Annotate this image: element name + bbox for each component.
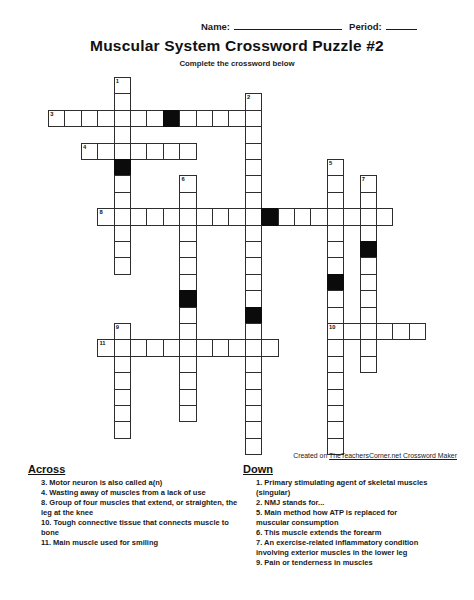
answer-cell[interactable] — [245, 274, 262, 291]
answer-cell[interactable] — [343, 323, 360, 340]
answer-cell[interactable] — [212, 110, 229, 127]
answer-cell[interactable] — [179, 241, 196, 258]
answer-cell[interactable] — [114, 405, 131, 422]
answer-cell[interactable] — [179, 257, 196, 274]
across-clue-8: 8. Group of four muscles that extend, or… — [41, 498, 239, 518]
answer-cell[interactable] — [146, 110, 163, 127]
black-space-cell — [245, 307, 262, 324]
answer-cell[interactable] — [245, 257, 262, 274]
answer-cell[interactable] — [163, 339, 180, 356]
answer-cell[interactable] — [196, 339, 213, 356]
answer-cell[interactable] — [245, 175, 262, 192]
answer-cell[interactable] — [179, 143, 196, 160]
answer-cell[interactable] — [360, 192, 377, 209]
clue-number: 5 — [329, 160, 332, 167]
answer-cell[interactable] — [179, 110, 196, 127]
answer-cell[interactable]: 7 — [360, 175, 377, 192]
attribution-prefix: Created on — [293, 452, 329, 459]
answer-cell[interactable] — [245, 372, 262, 389]
clue-number: 6 — [181, 176, 184, 183]
answer-cell[interactable] — [179, 372, 196, 389]
period-blank-line[interactable] — [386, 21, 417, 30]
answer-cell[interactable] — [343, 208, 360, 225]
answer-cell[interactable] — [81, 110, 98, 127]
answer-cell[interactable] — [360, 323, 377, 340]
answer-cell[interactable] — [327, 175, 344, 192]
answer-cell[interactable] — [114, 175, 131, 192]
answer-cell[interactable] — [360, 274, 377, 291]
name-label: Name: — [201, 21, 230, 32]
answer-cell[interactable] — [114, 372, 131, 389]
answer-cell[interactable] — [327, 290, 344, 307]
answer-cell[interactable] — [130, 143, 147, 160]
attribution-link[interactable]: TheTeachersCorner.net Crossword Maker — [329, 452, 457, 459]
answer-cell[interactable] — [114, 241, 131, 258]
answer-cell[interactable] — [360, 339, 377, 356]
answer-cell[interactable] — [376, 208, 393, 225]
answer-cell[interactable] — [327, 257, 344, 274]
answer-cell[interactable]: 6 — [179, 175, 196, 192]
black-space-cell — [179, 290, 196, 307]
answer-cell[interactable]: 11 — [97, 339, 114, 356]
answer-cell[interactable] — [179, 339, 196, 356]
answer-cell[interactable] — [179, 208, 196, 225]
answer-cell[interactable]: 10 — [327, 323, 344, 340]
answer-cell[interactable] — [327, 372, 344, 389]
clue-number: 4 — [83, 144, 86, 151]
down-clue-2: 2. NMJ stands for... — [256, 498, 428, 508]
answer-cell[interactable] — [179, 192, 196, 209]
answer-cell[interactable] — [179, 405, 196, 422]
down-clue-9: 9. Pain or tenderness in muscles — [256, 558, 428, 568]
answer-cell[interactable] — [245, 356, 262, 373]
answer-cell[interactable] — [327, 307, 344, 324]
answer-cell[interactable] — [245, 241, 262, 258]
crossword-grid: 1234567891011 — [48, 77, 427, 456]
down-clue-6: 6. This muscle extends the forearm — [256, 528, 428, 538]
answer-cell[interactable] — [179, 389, 196, 406]
answer-cell[interactable] — [245, 421, 262, 438]
across-clue-4: 4. Wasting away of muscles from a lack o… — [41, 488, 239, 498]
answer-cell[interactable] — [179, 307, 196, 324]
answer-cell[interactable]: 3 — [48, 110, 65, 127]
answer-cell[interactable] — [114, 389, 131, 406]
answer-cell[interactable]: 4 — [81, 143, 98, 160]
answer-cell[interactable] — [114, 93, 131, 110]
answer-cell[interactable] — [278, 208, 295, 225]
clue-number: 3 — [50, 111, 53, 118]
period-label: Period: — [349, 21, 382, 32]
down-section: Down 1. Primary stimulating agent of ske… — [243, 463, 445, 568]
answer-cell[interactable] — [228, 339, 245, 356]
answer-cell[interactable] — [114, 143, 131, 160]
answer-cell[interactable] — [146, 339, 163, 356]
answer-cell[interactable] — [114, 208, 131, 225]
answer-cell[interactable] — [245, 389, 262, 406]
answer-cell[interactable] — [327, 389, 344, 406]
clue-number: 1 — [116, 78, 119, 85]
clue-number: 7 — [362, 176, 365, 183]
answer-cell[interactable] — [245, 126, 262, 143]
across-heading: Across — [28, 463, 242, 475]
answer-cell[interactable] — [163, 208, 180, 225]
black-space-cell — [163, 110, 180, 127]
answer-cell[interactable] — [294, 208, 311, 225]
answer-cell[interactable] — [114, 356, 131, 373]
answer-cell[interactable]: 8 — [97, 208, 114, 225]
answer-cell[interactable] — [392, 323, 409, 340]
answer-cell[interactable] — [245, 225, 262, 242]
answer-cell[interactable] — [360, 257, 377, 274]
clue-number: 2 — [247, 94, 250, 101]
down-clue-7: 7. An exercise-related inflammatory cond… — [256, 538, 428, 558]
answer-cell[interactable] — [179, 225, 196, 242]
answer-cell[interactable] — [114, 126, 131, 143]
answer-cell[interactable] — [261, 339, 278, 356]
answer-cell[interactable] — [114, 421, 131, 438]
answer-cell[interactable] — [327, 339, 344, 356]
name-period-row: Name:Period: — [201, 21, 417, 32]
black-space-cell — [360, 241, 377, 258]
answer-cell[interactable] — [114, 257, 131, 274]
answer-cell[interactable]: 9 — [114, 323, 131, 340]
page-subtitle: Complete the crossword below — [0, 59, 474, 68]
answer-cell[interactable] — [179, 323, 196, 340]
answer-cell[interactable] — [64, 110, 81, 127]
clue-number: 9 — [116, 324, 119, 331]
answer-cell[interactable] — [245, 323, 262, 340]
across-clue-3: 3. Motor neuron is also called a(n) — [41, 478, 239, 488]
answer-cell[interactable] — [327, 208, 344, 225]
answer-cell[interactable] — [245, 290, 262, 307]
answer-cell[interactable] — [376, 323, 393, 340]
across-clue-11: 11. Main muscle used for smiling — [41, 538, 239, 548]
answer-cell[interactable] — [97, 110, 114, 127]
answer-cell[interactable] — [163, 143, 180, 160]
clue-number: 8 — [99, 209, 102, 216]
answer-cell[interactable] — [245, 159, 262, 176]
answer-cell[interactable] — [114, 110, 131, 127]
answer-cell[interactable] — [228, 110, 245, 127]
answer-cell[interactable] — [179, 274, 196, 291]
answer-cell[interactable] — [179, 356, 196, 373]
answer-cell[interactable] — [196, 208, 213, 225]
answer-cell[interactable] — [146, 143, 163, 160]
answer-cell[interactable] — [327, 356, 344, 373]
answer-cell[interactable] — [327, 192, 344, 209]
answer-cell[interactable] — [327, 225, 344, 242]
clue-number: 10 — [329, 324, 335, 331]
across-clue-list: 3. Motor neuron is also called a(n)4. Wa… — [28, 478, 242, 548]
answer-cell[interactable] — [114, 339, 131, 356]
answer-cell[interactable] — [114, 225, 131, 242]
black-space-cell — [261, 208, 278, 225]
answer-cell[interactable] — [114, 192, 131, 209]
answer-cell[interactable] — [360, 290, 377, 307]
answer-cell[interactable] — [360, 356, 377, 373]
answer-cell[interactable] — [130, 110, 147, 127]
down-clue-list: 1. Primary stimulating agent of skeletal… — [243, 478, 445, 568]
down-clue-5: 5. Main method how ATP is replaced for m… — [256, 508, 428, 528]
answer-cell[interactable] — [212, 208, 229, 225]
page-title: Muscular System Crossword Puzzle #2 — [0, 37, 474, 55]
black-space-cell — [114, 159, 131, 176]
answer-cell[interactable] — [130, 208, 147, 225]
answer-cell[interactable] — [245, 405, 262, 422]
answer-cell[interactable] — [360, 225, 377, 242]
answer-cell[interactable] — [245, 192, 262, 209]
black-space-cell — [327, 274, 344, 291]
attribution: Created on TheTeachersCorner.net Crosswo… — [157, 452, 457, 459]
answer-cell[interactable] — [327, 405, 344, 422]
answer-cell[interactable] — [97, 143, 114, 160]
answer-cell[interactable]: 2 — [245, 93, 262, 110]
down-heading: Down — [243, 463, 445, 475]
answer-cell[interactable] — [360, 307, 377, 324]
answer-cell[interactable] — [212, 339, 229, 356]
across-clue-10: 10. Tough connective tissue that connect… — [41, 518, 239, 538]
answer-cell[interactable] — [360, 208, 377, 225]
answer-cell[interactable] — [245, 339, 262, 356]
answer-cell[interactable] — [310, 208, 327, 225]
clue-number: 11 — [99, 340, 105, 347]
across-section: Across 3. Motor neuron is also called a(… — [28, 463, 242, 548]
answer-cell[interactable] — [327, 241, 344, 258]
answer-cell[interactable] — [245, 208, 262, 225]
name-blank-line[interactable] — [234, 21, 342, 30]
answer-cell[interactable]: 5 — [327, 159, 344, 176]
answer-cell[interactable] — [196, 110, 213, 127]
answer-cell[interactable] — [327, 421, 344, 438]
answer-cell[interactable] — [130, 339, 147, 356]
answer-cell[interactable] — [228, 208, 245, 225]
answer-cell[interactable] — [146, 208, 163, 225]
answer-cell[interactable] — [245, 110, 262, 127]
down-clue-1: 1. Primary stimulating agent of skeletal… — [256, 478, 428, 498]
answer-cell[interactable] — [409, 323, 426, 340]
answer-cell[interactable]: 1 — [114, 77, 131, 94]
worksheet-page: Name:Period: Muscular System Crossword P… — [0, 0, 474, 600]
answer-cell[interactable] — [245, 143, 262, 160]
